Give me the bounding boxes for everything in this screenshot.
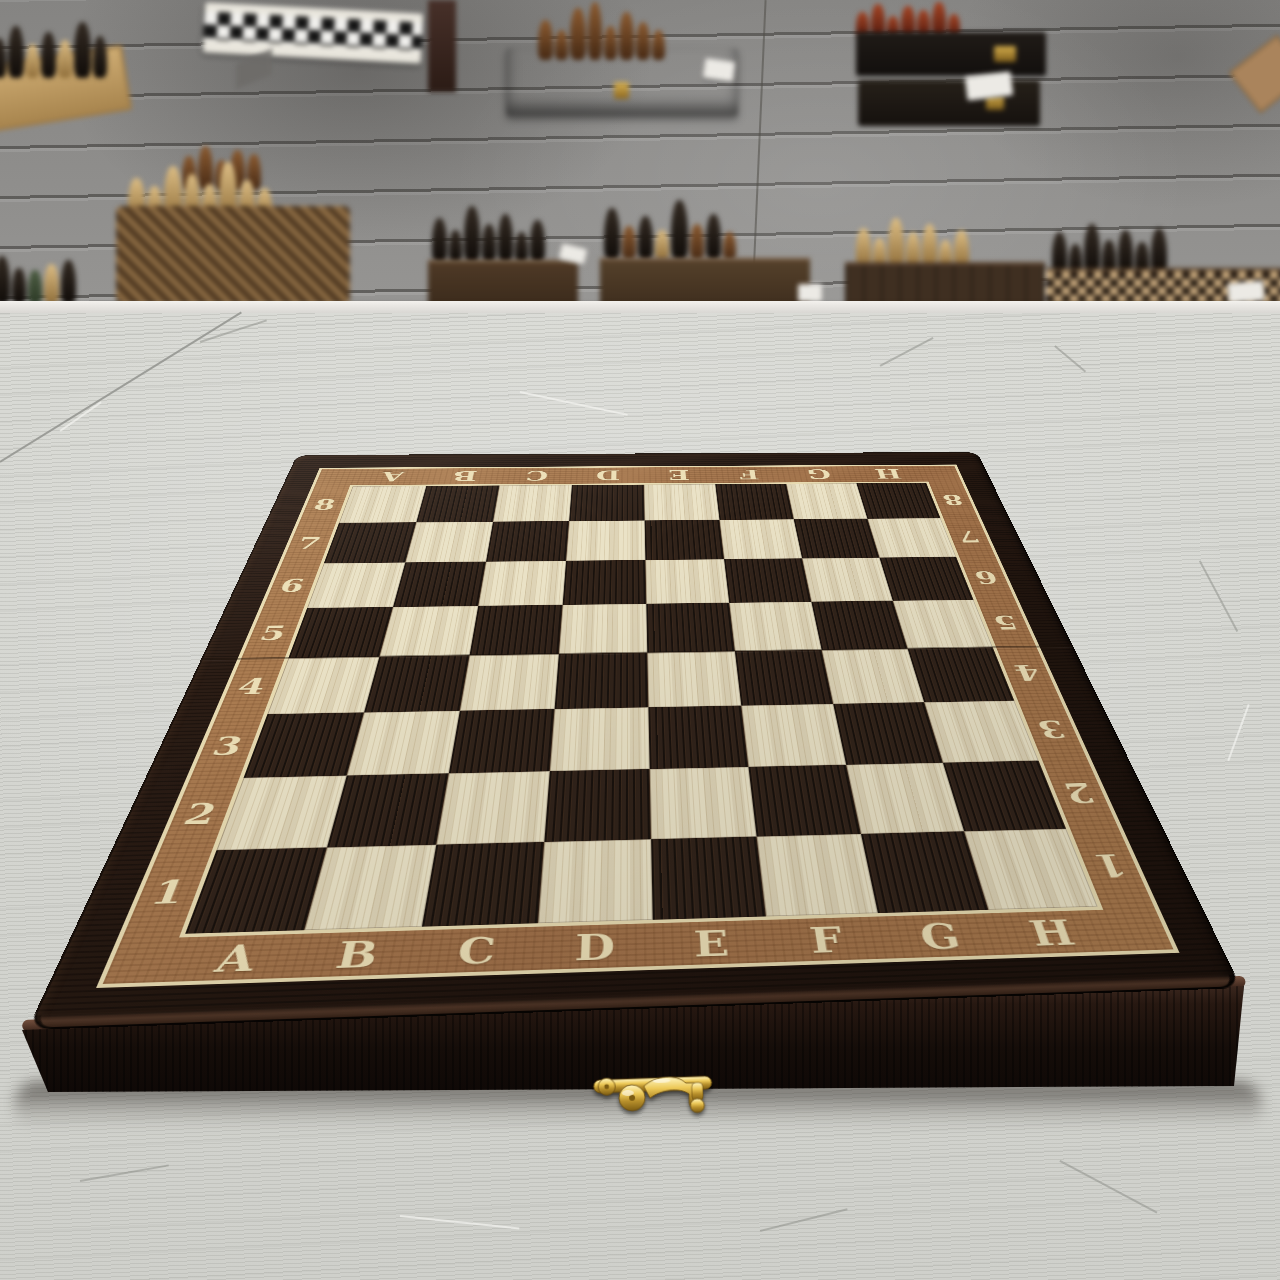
checker-pattern [204, 11, 423, 50]
far-right-black-pieces [1052, 218, 1266, 274]
shelf-set-tan-pieces [856, 210, 1032, 268]
chess-shop-photo: ABCDEFGH ABCDEFGH 87654321 87654321 [0, 0, 1280, 1280]
black-case-lower [858, 80, 1040, 126]
table-plank-seam [0, 311, 242, 462]
table-scratch [60, 401, 102, 431]
brass-clasp-icon [994, 46, 1016, 62]
table-scratch [80, 1164, 169, 1181]
price-tag [703, 58, 735, 82]
table-scratch [1055, 345, 1087, 372]
black-case-upper [856, 32, 1046, 76]
carved-box [116, 206, 350, 304]
table-scratch [1227, 704, 1249, 761]
table-scratch [760, 1208, 848, 1231]
shelf-set-mixed-pieces [604, 194, 810, 260]
mahogany-folding-box [506, 48, 738, 116]
table-scratch [400, 1215, 519, 1229]
left-shelf-pieces [0, 242, 114, 304]
table-scratch [880, 337, 934, 366]
shelf-set-top-left-pieces [0, 12, 116, 78]
red-gold-pieces [856, 0, 1018, 36]
price-tag [798, 284, 822, 302]
table-scratch [520, 391, 628, 415]
table-scratch [1199, 560, 1238, 631]
brass-latch-icon [591, 1062, 721, 1128]
table-scratch [1060, 1160, 1158, 1213]
dark-box-edge [428, 0, 456, 92]
brass-clasp-icon [614, 82, 629, 99]
